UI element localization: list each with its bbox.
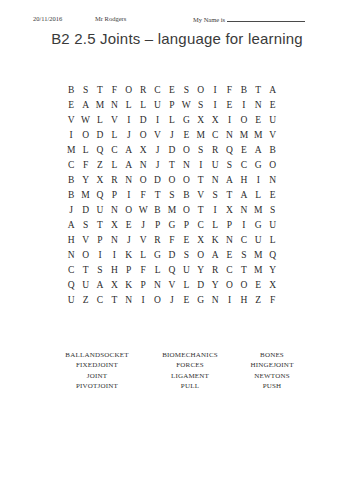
grid-cell: X: [222, 202, 236, 217]
grid-cell: T: [194, 172, 208, 187]
grid-cell: P: [179, 217, 193, 232]
grid-cell: C: [64, 262, 78, 277]
grid-cell: S: [237, 247, 251, 262]
grid-cell: I: [107, 247, 121, 262]
grid-cell: B: [150, 202, 164, 217]
grid-cell: M: [93, 97, 107, 112]
grid-cell: V: [107, 112, 121, 127]
grid-cell: G: [150, 247, 164, 262]
grid-cell: Z: [93, 157, 107, 172]
grid-cell: T: [93, 82, 107, 97]
grid-cell: V: [136, 232, 150, 247]
header-author: Mr Rodgers: [95, 15, 126, 22]
grid-cell: J: [150, 157, 164, 172]
grid-cell: P: [165, 97, 179, 112]
grid-cell: J: [136, 217, 150, 232]
header-date: 20/11/2016: [33, 15, 62, 22]
grid-cell: C: [93, 292, 107, 307]
grid-cell: P: [222, 217, 236, 232]
grid-cell: D: [165, 142, 179, 157]
grid-cell: L: [150, 262, 164, 277]
grid-cell: N: [64, 247, 78, 262]
grid-cell: U: [150, 97, 164, 112]
grid-cell: H: [64, 232, 78, 247]
grid-cell: S: [78, 82, 92, 97]
grid-cell: O: [179, 202, 193, 217]
grid-cell: L: [107, 157, 121, 172]
grid-cell: P: [122, 262, 136, 277]
grid-cell: L: [93, 112, 107, 127]
grid-cell: N: [222, 127, 236, 142]
grid-cell: X: [107, 277, 121, 292]
grid-cell: K: [122, 247, 136, 262]
grid-cell: N: [208, 172, 222, 187]
grid-cell: A: [122, 142, 136, 157]
name-blank-line: [227, 15, 305, 22]
grid-cell: D: [93, 127, 107, 142]
grid-cell: B: [265, 142, 279, 157]
grid-cell: V: [165, 277, 179, 292]
grid-cell: S: [179, 82, 193, 97]
grid-cell: H: [237, 292, 251, 307]
grid-cell: G: [165, 217, 179, 232]
grid-cell: X: [93, 172, 107, 187]
grid-cell: F: [136, 262, 150, 277]
grid-cell: B: [64, 82, 78, 97]
grid-cell: X: [136, 142, 150, 157]
grid-cell: K: [208, 232, 222, 247]
grid-cell: Z: [78, 292, 92, 307]
grid-cell: J: [165, 292, 179, 307]
grid-cell: F: [78, 157, 92, 172]
grid-cell: D: [150, 172, 164, 187]
grid-cell: C: [150, 82, 164, 97]
grid-cell: A: [64, 217, 78, 232]
grid-cell: A: [265, 82, 279, 97]
grid-cell: I: [237, 217, 251, 232]
grid-cell: C: [194, 217, 208, 232]
grid-cell: C: [237, 232, 251, 247]
grid-cell: M: [251, 262, 265, 277]
grid-cell: N: [122, 292, 136, 307]
grid-cell: L: [179, 277, 193, 292]
grid-cell: L: [136, 247, 150, 262]
grid-cell: I: [222, 112, 236, 127]
grid-cell: J: [165, 127, 179, 142]
grid-cell: L: [165, 112, 179, 127]
grid-cell: I: [150, 112, 164, 127]
grid-cell: E: [265, 97, 279, 112]
grid-cell: F: [107, 82, 121, 97]
grid-cell: E: [179, 292, 193, 307]
grid-cell: V: [194, 187, 208, 202]
grid-cell: E: [251, 112, 265, 127]
grid-cell: M: [165, 202, 179, 217]
grid-cell: W: [78, 112, 92, 127]
grid-cell: H: [107, 262, 121, 277]
grid-cell: T: [93, 217, 107, 232]
grid-cell: J: [122, 127, 136, 142]
grid-cell: U: [251, 232, 265, 247]
grid-cell: N: [122, 172, 136, 187]
grid-cell: B: [179, 187, 193, 202]
grid-cell: O: [165, 172, 179, 187]
grid-cell: A: [222, 172, 236, 187]
name-label: My Name is: [193, 16, 225, 23]
grid-cell: S: [222, 157, 236, 172]
grid-cell: C: [64, 157, 78, 172]
grid-cell: G: [194, 292, 208, 307]
grid-cell: T: [251, 82, 265, 97]
grid-cell: E: [179, 127, 193, 142]
grid-cell: O: [122, 202, 136, 217]
grid-cell: C: [222, 262, 236, 277]
grid-cell: O: [194, 247, 208, 262]
grid-cell: E: [222, 97, 236, 112]
grid-cell: R: [208, 262, 222, 277]
grid-cell: G: [179, 112, 193, 127]
grid-cell: X: [194, 232, 208, 247]
grid-cell: C: [237, 157, 251, 172]
grid-cell: N: [222, 232, 236, 247]
grid-cell: S: [208, 187, 222, 202]
grid-cell: F: [265, 292, 279, 307]
grid-cell: Q: [222, 142, 236, 157]
grid-cell: P: [107, 187, 121, 202]
grid-cell: Q: [64, 277, 78, 292]
grid-cell: L: [251, 187, 265, 202]
grid-cell: J: [122, 232, 136, 247]
grid-cell: B: [64, 187, 78, 202]
grid-cell: N: [208, 292, 222, 307]
grid-cell: Y: [208, 277, 222, 292]
grid-cell: S: [78, 217, 92, 232]
grid-cell: E: [237, 142, 251, 157]
grid-cell: I: [251, 172, 265, 187]
grid-cell: A: [251, 142, 265, 157]
grid-cell: M: [237, 127, 251, 142]
grid-cell: A: [208, 247, 222, 262]
grid-cell: O: [122, 82, 136, 97]
grid-cell: E: [165, 82, 179, 97]
grid-cell: Q: [93, 187, 107, 202]
grid-cell: J: [64, 202, 78, 217]
grid-cell: I: [93, 247, 107, 262]
grid-cell: O: [237, 112, 251, 127]
grid-cell: X: [194, 112, 208, 127]
grid-cell: O: [78, 127, 92, 142]
grid-cell: T: [165, 157, 179, 172]
wordsearch-grid: BSTFORCESOIFBTAEAMNLLUPWSIEINEVWLVIDILGX…: [64, 82, 280, 307]
grid-cell: U: [265, 217, 279, 232]
grid-cell: Q: [93, 142, 107, 157]
grid-cell: Q: [165, 262, 179, 277]
grid-cell: D: [78, 202, 92, 217]
grid-cell: X: [107, 217, 121, 232]
grid-cell: O: [136, 127, 150, 142]
grid-cell: C: [107, 142, 121, 157]
grid-cell: Y: [265, 262, 279, 277]
grid-cell: R: [107, 172, 121, 187]
grid-cell: M: [194, 127, 208, 142]
word-item: NEWTONS: [217, 371, 327, 381]
grid-cell: C: [208, 127, 222, 142]
grid-cell: F: [136, 187, 150, 202]
grid-cell: N: [237, 202, 251, 217]
grid-cell: O: [179, 172, 193, 187]
grid-cell: X: [265, 277, 279, 292]
grid-cell: T: [78, 262, 92, 277]
grid-cell: U: [64, 292, 78, 307]
grid-cell: O: [78, 247, 92, 262]
grid-cell: F: [165, 232, 179, 247]
grid-cell: L: [122, 97, 136, 112]
grid-cell: N: [136, 157, 150, 172]
grid-cell: Z: [251, 292, 265, 307]
grid-cell: M: [251, 247, 265, 262]
grid-cell: V: [265, 127, 279, 142]
word-list-column-3: BONESHINGEJOINTNEWTONSPUSH: [217, 350, 327, 392]
grid-cell: J: [150, 142, 164, 157]
grid-cell: I: [237, 97, 251, 112]
grid-cell: A: [93, 277, 107, 292]
grid-cell: T: [194, 202, 208, 217]
word-item: HINGEJOINT: [217, 360, 327, 370]
grid-cell: V: [150, 127, 164, 142]
grid-cell: A: [237, 187, 251, 202]
grid-cell: D: [165, 247, 179, 262]
grid-cell: S: [194, 97, 208, 112]
grid-cell: M: [78, 187, 92, 202]
grid-cell: L: [265, 232, 279, 247]
grid-cell: T: [107, 292, 121, 307]
grid-cell: N: [107, 202, 121, 217]
grid-cell: N: [107, 97, 121, 112]
grid-cell: M: [251, 127, 265, 142]
grid-cell: U: [179, 262, 193, 277]
grid-cell: I: [208, 97, 222, 112]
grid-cell: P: [136, 277, 150, 292]
grid-cell: N: [265, 172, 279, 187]
grid-cell: O: [179, 142, 193, 157]
grid-cell: D: [194, 277, 208, 292]
grid-cell: Y: [78, 172, 92, 187]
grid-cell: R: [208, 142, 222, 157]
grid-cell: S: [194, 142, 208, 157]
grid-cell: V: [78, 232, 92, 247]
grid-cell: E: [122, 217, 136, 232]
grid-cell: D: [136, 112, 150, 127]
grid-cell: E: [251, 277, 265, 292]
grid-cell: P: [150, 217, 164, 232]
grid-cell: U: [208, 157, 222, 172]
grid-cell: Q: [265, 247, 279, 262]
grid-cell: N: [107, 232, 121, 247]
grid-cell: A: [122, 157, 136, 172]
grid-cell: I: [122, 187, 136, 202]
grid-cell: N: [150, 277, 164, 292]
grid-cell: R: [136, 82, 150, 97]
grid-cell: O: [136, 172, 150, 187]
grid-cell: G: [251, 157, 265, 172]
grid-cell: Y: [194, 262, 208, 277]
grid-cell: L: [136, 97, 150, 112]
grid-cell: N: [179, 157, 193, 172]
name-field: My Name is: [193, 15, 305, 23]
grid-cell: I: [136, 292, 150, 307]
grid-cell: R: [150, 232, 164, 247]
grid-cell: L: [107, 127, 121, 142]
grid-cell: O: [222, 277, 236, 292]
grid-cell: K: [122, 277, 136, 292]
grid-cell: P: [93, 232, 107, 247]
grid-cell: U: [265, 112, 279, 127]
grid-cell: I: [64, 127, 78, 142]
worksheet-page: 20/11/2016 Mr Rodgers My Name is B2 2.5 …: [0, 0, 354, 500]
grid-cell: E: [265, 187, 279, 202]
grid-cell: W: [179, 97, 193, 112]
grid-cell: F: [222, 82, 236, 97]
grid-cell: V: [64, 112, 78, 127]
word-item: BONES: [217, 350, 327, 360]
grid-cell: O: [265, 157, 279, 172]
grid-cell: M: [64, 142, 78, 157]
grid-cell: E: [179, 232, 193, 247]
grid-cell: T: [150, 187, 164, 202]
grid-cell: I: [122, 112, 136, 127]
grid-cell: I: [194, 157, 208, 172]
grid-cell: N: [251, 97, 265, 112]
grid-cell: W: [136, 202, 150, 217]
grid-cell: B: [237, 82, 251, 97]
grid-cell: M: [251, 202, 265, 217]
grid-cell: H: [237, 172, 251, 187]
grid-cell: L: [78, 142, 92, 157]
grid-cell: E: [222, 247, 236, 262]
page-title: B2 2.5 Joints – language for learning: [0, 30, 354, 47]
grid-cell: T: [237, 262, 251, 277]
grid-cell: G: [251, 217, 265, 232]
word-item: PUSH: [217, 381, 327, 391]
grid-cell: I: [208, 202, 222, 217]
grid-cell: I: [222, 292, 236, 307]
grid-cell: S: [165, 187, 179, 202]
grid-cell: O: [237, 277, 251, 292]
grid-cell: U: [93, 202, 107, 217]
grid-cell: U: [78, 277, 92, 292]
grid-cell: E: [64, 97, 78, 112]
grid-cell: S: [93, 262, 107, 277]
grid-cell: L: [208, 217, 222, 232]
grid-cell: A: [78, 97, 92, 112]
grid-cell: O: [194, 82, 208, 97]
grid-cell: S: [179, 247, 193, 262]
grid-cell: I: [208, 82, 222, 97]
grid-cell: O: [150, 292, 164, 307]
grid-cell: X: [208, 112, 222, 127]
grid-cell: S: [265, 202, 279, 217]
grid-cell: B: [64, 172, 78, 187]
grid-cell: T: [222, 187, 236, 202]
